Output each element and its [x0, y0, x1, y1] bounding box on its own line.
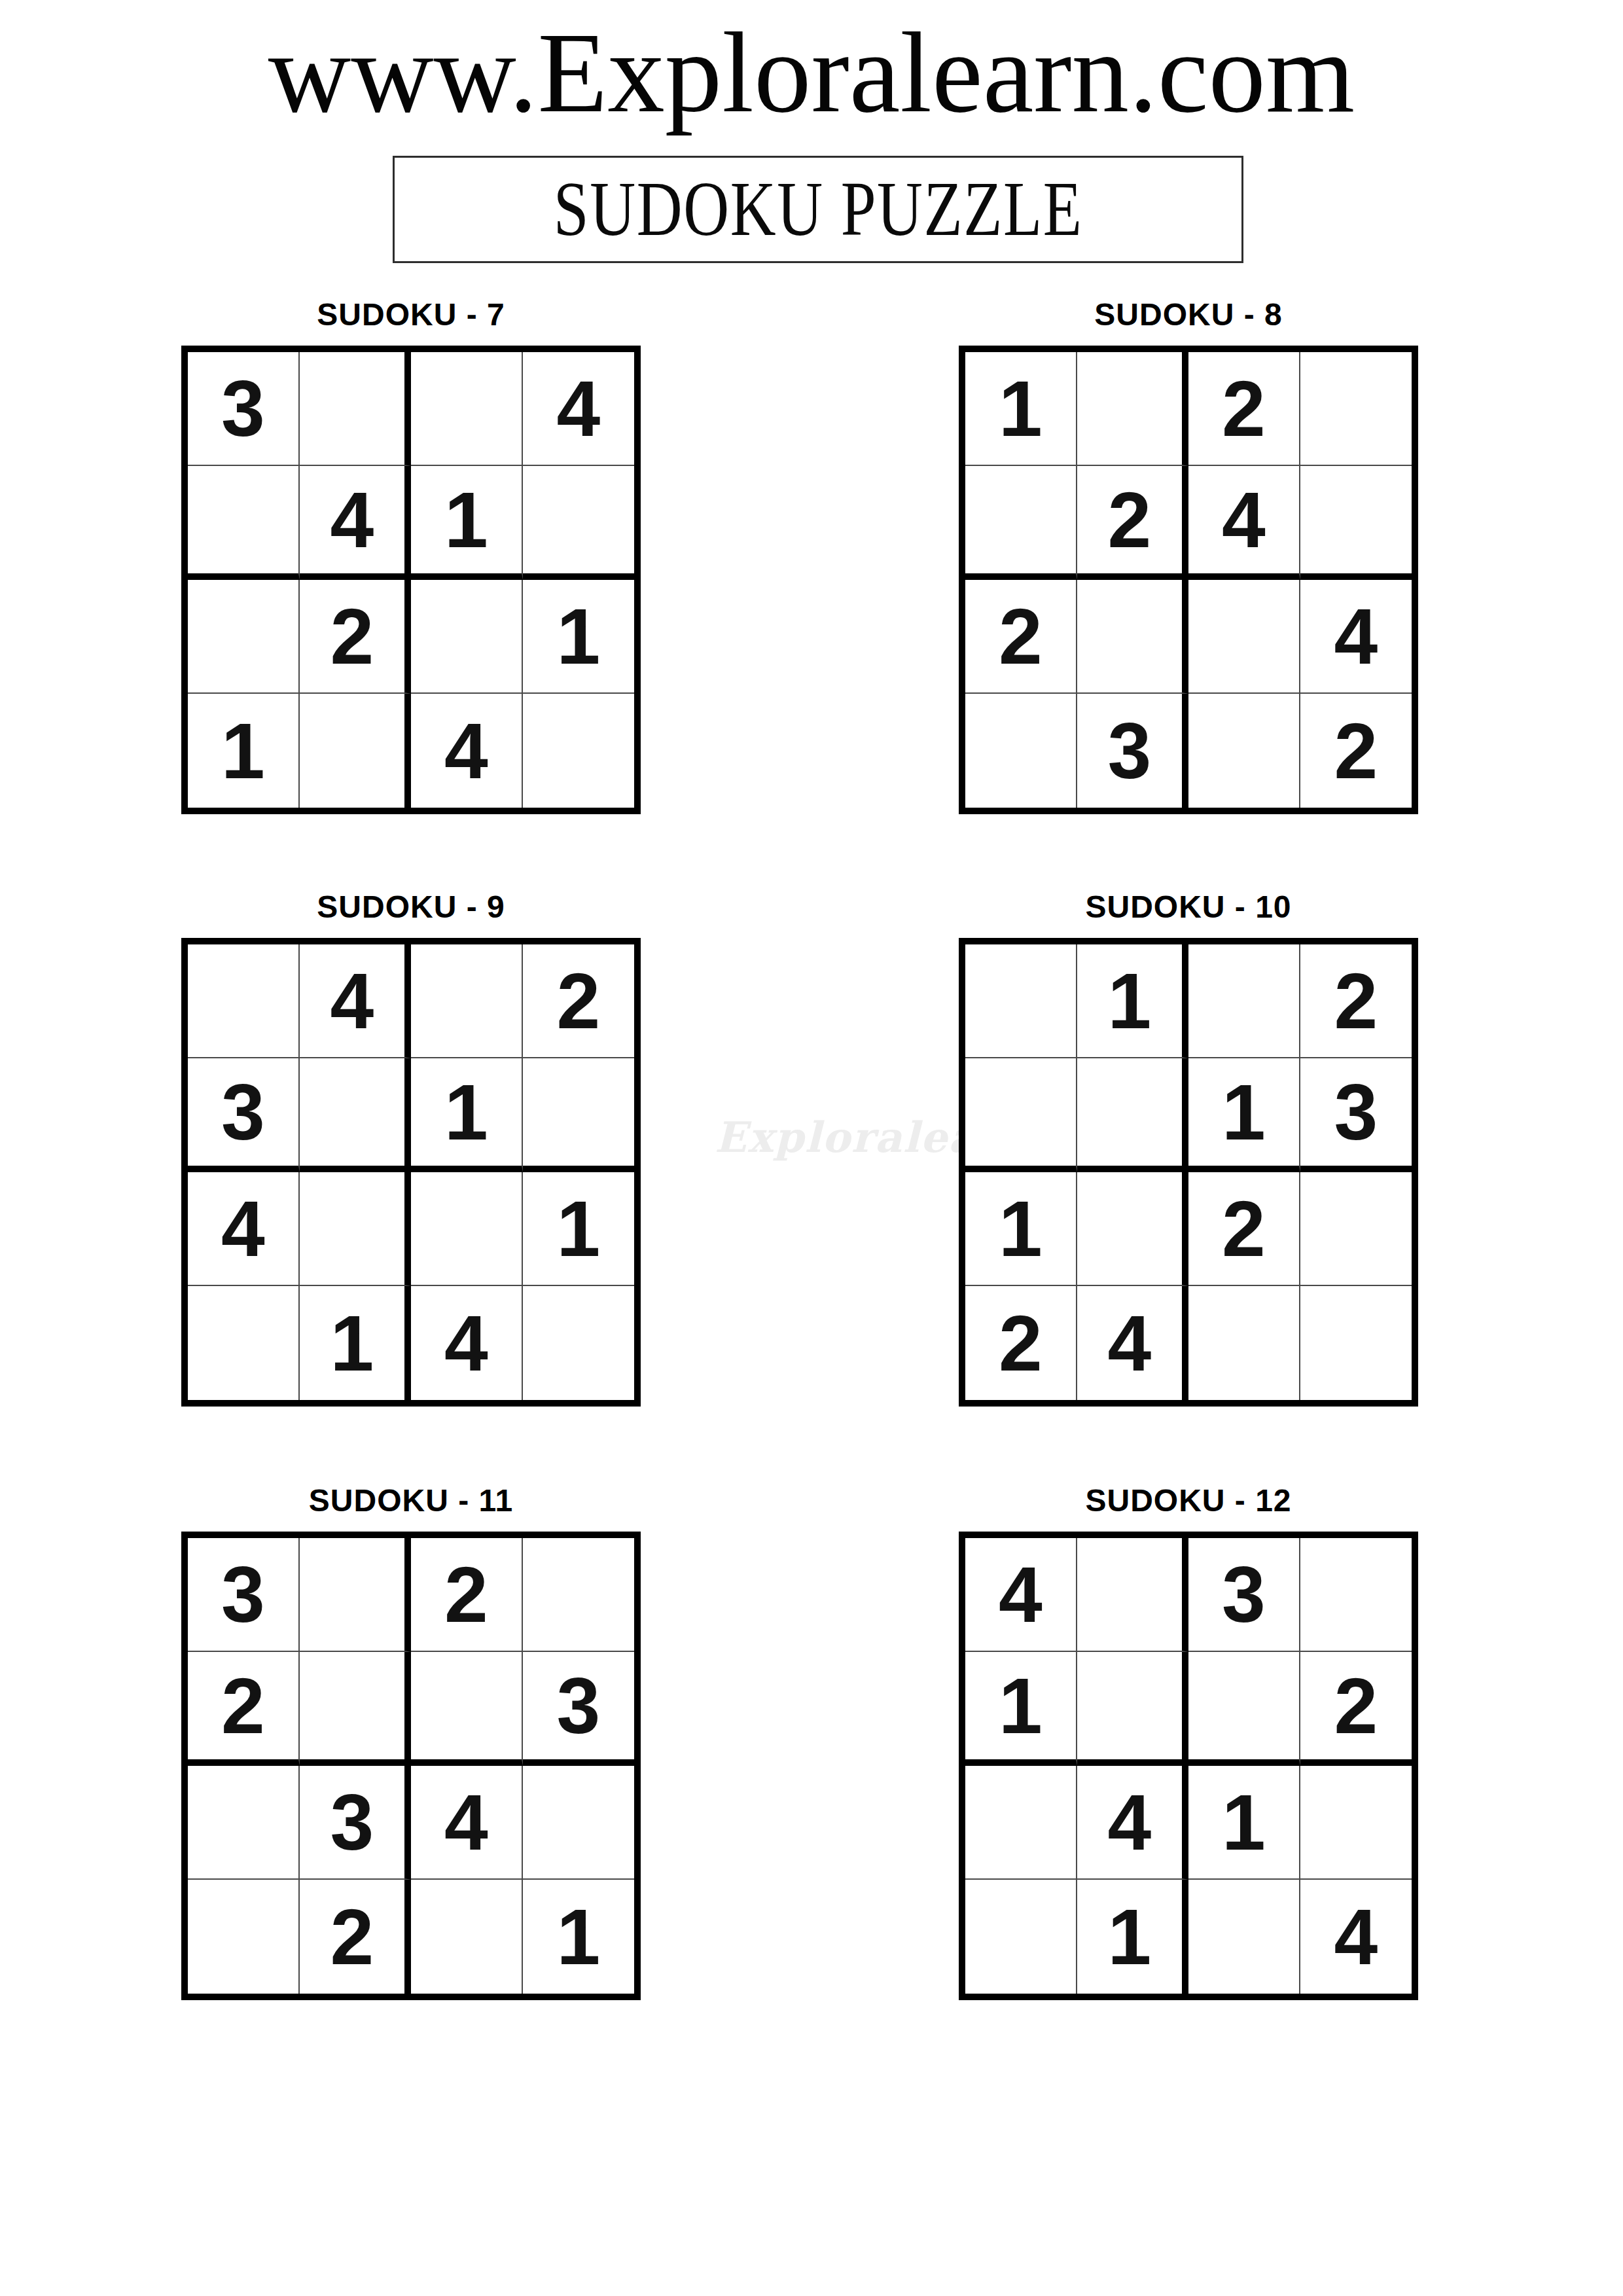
- sudoku-cell-r1c4: 2: [1300, 944, 1412, 1058]
- sudoku-cell-r2c3: 4: [1188, 466, 1300, 580]
- sudoku-cell-r1c2: [300, 352, 412, 466]
- sudoku-grid-11: 32233421: [181, 1532, 641, 2000]
- sudoku-cell-r3c4: [1300, 1766, 1412, 1880]
- sudoku-cell-r3c1: 1: [965, 1172, 1077, 1286]
- sudoku-cell-r4c2: 4: [1077, 1286, 1189, 1400]
- sudoku-cell-r3c2: [1077, 580, 1189, 694]
- sudoku-grid-7: 34412114: [181, 346, 641, 814]
- sudoku-cell-r2c1: 1: [965, 1652, 1077, 1766]
- sudoku-cell-r4c3: [1188, 694, 1300, 808]
- sudoku-cell-r3c4: [1300, 1172, 1412, 1286]
- sudoku-cell-r1c4: [1300, 1538, 1412, 1652]
- sudoku-cell-r2c1: [965, 466, 1077, 580]
- sudoku-cell-r2c3: 1: [411, 1058, 523, 1172]
- sudoku-cell-r4c3: 4: [411, 1286, 523, 1400]
- sudoku-cell-r2c4: [1300, 466, 1412, 580]
- sudoku-cell-r2c4: [523, 1058, 635, 1172]
- sudoku-cell-r3c4: 1: [523, 580, 635, 694]
- sudoku-cell-r1c1: 1: [965, 352, 1077, 466]
- sudoku-cell-r2c3: [411, 1652, 523, 1766]
- puzzle-title-11: SUDOKU - 11: [181, 1485, 641, 1516]
- sudoku-cell-r1c1: 3: [188, 352, 300, 466]
- sudoku-cell-r2c2: 2: [1077, 466, 1189, 580]
- sudoku-cell-r1c3: 2: [1188, 352, 1300, 466]
- sudoku-cell-r3c2: 2: [300, 580, 412, 694]
- sudoku-cell-r2c4: 3: [1300, 1058, 1412, 1172]
- sudoku-cell-r3c4: 1: [523, 1172, 635, 1286]
- sudoku-cell-r2c3: 1: [411, 466, 523, 580]
- site-title: www.Exploralearn.com: [0, 16, 1623, 130]
- sudoku-cell-r4c4: 4: [1300, 1880, 1412, 1994]
- sudoku-grid-9: 42314114: [181, 938, 641, 1407]
- sudoku-cell-r1c3: 2: [411, 1538, 523, 1652]
- page-title: SUDOKU PUZZLE: [554, 165, 1083, 254]
- sudoku-cell-r2c4: 2: [1300, 1652, 1412, 1766]
- sudoku-cell-r1c3: [411, 944, 523, 1058]
- puzzle-title-10: SUDOKU - 10: [959, 891, 1418, 923]
- sudoku-cell-r2c4: 3: [523, 1652, 635, 1766]
- sudoku-cell-r1c1: [965, 944, 1077, 1058]
- sudoku-cell-r1c2: [300, 1538, 412, 1652]
- sudoku-cell-r4c3: [1188, 1880, 1300, 1994]
- sudoku-cell-r4c3: [1188, 1286, 1300, 1400]
- sudoku-cell-r4c1: [188, 1286, 300, 1400]
- sudoku-cell-r1c2: [1077, 1538, 1189, 1652]
- sudoku-cell-r3c1: [188, 1766, 300, 1880]
- sudoku-cell-r3c2: [300, 1172, 412, 1286]
- sudoku-cell-r2c1: [965, 1058, 1077, 1172]
- puzzle-title-8: SUDOKU - 8: [959, 299, 1418, 331]
- sudoku-cell-r3c2: 3: [300, 1766, 412, 1880]
- sudoku-cell-r1c1: [188, 944, 300, 1058]
- sudoku-cell-r1c2: [1077, 352, 1189, 466]
- sudoku-grid-8: 12242432: [959, 346, 1418, 814]
- puzzle-title-12: SUDOKU - 12: [959, 1485, 1418, 1516]
- sudoku-cell-r4c1: 1: [188, 694, 300, 808]
- sudoku-cell-r1c3: [1188, 944, 1300, 1058]
- worksheet-page: www.Exploralearn.com SUDOKU PUZZLE Explo…: [0, 0, 1623, 2296]
- sudoku-cell-r3c3: 1: [1188, 1766, 1300, 1880]
- sudoku-cell-r1c1: 3: [188, 1538, 300, 1652]
- sudoku-cell-r1c4: [1300, 352, 1412, 466]
- sudoku-cell-r2c4: [523, 466, 635, 580]
- sudoku-cell-r4c4: [523, 1286, 635, 1400]
- sudoku-cell-r4c2: 3: [1077, 694, 1189, 808]
- sudoku-grid-12: 43124114: [959, 1532, 1418, 2000]
- sudoku-cell-r4c3: [411, 1880, 523, 1994]
- sudoku-cell-r1c2: 4: [300, 944, 412, 1058]
- sudoku-cell-r2c1: [188, 466, 300, 580]
- sudoku-cell-r1c4: 2: [523, 944, 635, 1058]
- sudoku-cell-r3c1: [965, 1766, 1077, 1880]
- sudoku-cell-r2c3: 1: [1188, 1058, 1300, 1172]
- sudoku-cell-r1c3: [411, 352, 523, 466]
- sudoku-cell-r1c3: 3: [1188, 1538, 1300, 1652]
- sudoku-cell-r4c4: [1300, 1286, 1412, 1400]
- sudoku-cell-r3c3: [1188, 580, 1300, 694]
- sudoku-cell-r1c4: [523, 1538, 635, 1652]
- sudoku-cell-r2c1: 2: [188, 1652, 300, 1766]
- sudoku-cell-r4c2: [300, 694, 412, 808]
- sudoku-cell-r4c1: [965, 1880, 1077, 1994]
- sudoku-cell-r4c1: 2: [965, 1286, 1077, 1400]
- sudoku-cell-r4c4: [523, 694, 635, 808]
- sudoku-cell-r4c2: 2: [300, 1880, 412, 1994]
- sudoku-cell-r3c4: [523, 1766, 635, 1880]
- sudoku-cell-r2c2: 4: [300, 466, 412, 580]
- sudoku-cell-r3c1: 2: [965, 580, 1077, 694]
- sudoku-cell-r2c2: [300, 1058, 412, 1172]
- sudoku-cell-r4c3: 4: [411, 694, 523, 808]
- sudoku-cell-r2c3: [1188, 1652, 1300, 1766]
- puzzle-title-9: SUDOKU - 9: [181, 891, 641, 923]
- sudoku-cell-r3c1: [188, 580, 300, 694]
- sudoku-cell-r3c3: 4: [411, 1766, 523, 1880]
- sudoku-cell-r2c2: [1077, 1652, 1189, 1766]
- sudoku-grid-10: 12131224: [959, 938, 1418, 1407]
- puzzle-title-7: SUDOKU - 7: [181, 299, 641, 331]
- sudoku-cell-r3c1: 4: [188, 1172, 300, 1286]
- sudoku-cell-r3c3: [411, 580, 523, 694]
- sudoku-cell-r3c2: 4: [1077, 1766, 1189, 1880]
- sudoku-cell-r1c2: 1: [1077, 944, 1189, 1058]
- sudoku-cell-r4c4: 2: [1300, 694, 1412, 808]
- sudoku-cell-r2c2: [1077, 1058, 1189, 1172]
- sudoku-cell-r3c3: [411, 1172, 523, 1286]
- subtitle-box: SUDOKU PUZZLE: [393, 156, 1243, 263]
- sudoku-cell-r4c2: 1: [1077, 1880, 1189, 1994]
- sudoku-cell-r2c1: 3: [188, 1058, 300, 1172]
- sudoku-cell-r4c1: [965, 694, 1077, 808]
- sudoku-cell-r1c4: 4: [523, 352, 635, 466]
- sudoku-cell-r4c1: [188, 1880, 300, 1994]
- sudoku-cell-r3c2: [1077, 1172, 1189, 1286]
- sudoku-cell-r3c4: 4: [1300, 580, 1412, 694]
- sudoku-cell-r1c1: 4: [965, 1538, 1077, 1652]
- sudoku-cell-r3c3: 2: [1188, 1172, 1300, 1286]
- sudoku-cell-r4c2: 1: [300, 1286, 412, 1400]
- sudoku-cell-r2c2: [300, 1652, 412, 1766]
- sudoku-cell-r4c4: 1: [523, 1880, 635, 1994]
